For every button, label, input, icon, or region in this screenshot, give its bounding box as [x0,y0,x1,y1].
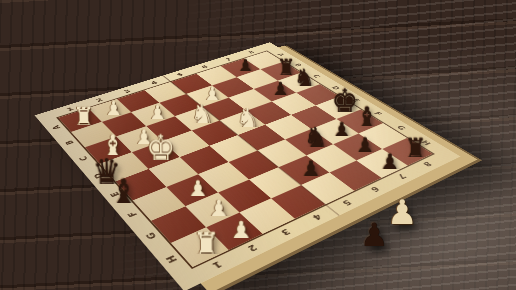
captured-white-pawn-on-floor[interactable]: ♟ [387,195,417,229]
captured-black-pawn-on-floor[interactable]: ♟ [360,219,389,251]
chess-board: 12345678 12345678 ABCDEFGH ABCDEFGH ♜♟♟♟… [35,42,461,290]
white-pawn-a2[interactable]: ♟ [97,85,130,122]
black-pawn-c7[interactable]: ♟ [265,66,296,101]
square-c4[interactable]: ♞ [175,107,220,131]
black-pawn-h7[interactable]: ♟ [372,135,409,176]
square-e4[interactable] [210,135,258,162]
chess-scene: 12345678 12345678 ABCDEFGH ABCDEFGH ♜♟♟♟… [0,0,516,290]
captured-black-bishop[interactable]: ♝ [111,165,137,209]
white-knight-c4[interactable]: ♞ [186,93,219,130]
